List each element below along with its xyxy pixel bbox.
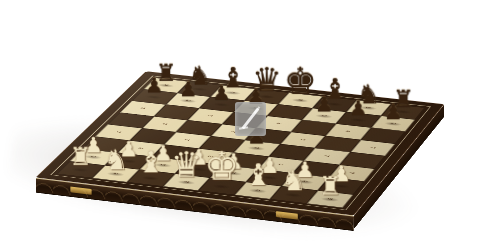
white-queen-glyph: ♛ (171, 147, 202, 182)
square-label-a6: A6 (140, 107, 146, 109)
black-pawn-glyph: ♟ (145, 76, 163, 96)
square-h6 (360, 128, 405, 144)
chess-board: A8♜♞C8♝♛E8♚♝G8♞♜♟B7♟♟D7♟F7♟♟H7♟A6C6E6G6B… (36, 71, 445, 215)
black-pawn-glyph: ♟ (179, 80, 197, 100)
square-label-c6: C6 (207, 115, 213, 117)
square-label-c4: C4 (184, 139, 190, 141)
watermark (235, 102, 266, 136)
square-label-e6: E6 (276, 123, 282, 125)
white-rook-glyph: ♜ (70, 145, 92, 169)
watermark-mark (254, 106, 261, 114)
black-king-glyph: ♚ (284, 63, 317, 100)
square-label-f5: F5 (300, 139, 306, 141)
square-e1: ♚ (198, 178, 246, 195)
white-knight-glyph: ♞ (281, 166, 306, 194)
white-king-glyph: ♚ (204, 147, 239, 186)
square-label-g6: G6 (345, 131, 351, 133)
square-label-h5: H5 (370, 147, 376, 149)
brass-hinge-left (70, 186, 91, 194)
black-pawn-glyph: ♟ (349, 99, 368, 120)
photo-stage: A8♜♞C8♝♛E8♚♝G8♞♜♟B7♟♟D7♟F7♟♟H7♟A6C6E6G6B… (0, 0, 500, 247)
square-label-g4: G4 (324, 155, 330, 157)
white-bishop-glyph: ♝ (244, 160, 271, 190)
white-knight-glyph: ♞ (103, 146, 128, 174)
black-pawn-glyph: ♟ (384, 102, 403, 123)
square-label-b5: B5 (162, 123, 168, 125)
white-bishop-glyph: ♝ (138, 148, 165, 178)
black-pawn-glyph: ♟ (315, 95, 334, 116)
brass-hinge-right (276, 211, 298, 219)
white-rook-glyph: ♜ (319, 174, 341, 199)
square-label-a4: A4 (115, 131, 121, 133)
black-pawn-glyph: ♟ (213, 83, 231, 104)
